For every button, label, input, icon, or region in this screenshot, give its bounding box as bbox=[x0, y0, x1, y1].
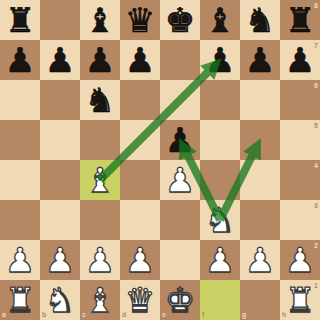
square-c3[interactable] bbox=[80, 200, 120, 240]
square-e8[interactable]: ♚ bbox=[160, 0, 200, 40]
square-g3[interactable] bbox=[240, 200, 280, 240]
coordinate-file-g: g bbox=[242, 311, 246, 318]
square-d8[interactable]: ♛ bbox=[120, 0, 160, 40]
piece-white-pawn[interactable]: ♟ bbox=[240, 240, 280, 280]
square-h6[interactable]: 6 bbox=[280, 80, 320, 120]
piece-black-king[interactable]: ♚ bbox=[160, 0, 200, 40]
square-e4[interactable]: ♟ bbox=[160, 160, 200, 200]
square-f1[interactable]: f bbox=[200, 280, 240, 320]
square-g6[interactable] bbox=[240, 80, 280, 120]
square-d6[interactable] bbox=[120, 80, 160, 120]
coordinate-file-b: b bbox=[42, 311, 46, 318]
square-d3[interactable] bbox=[120, 200, 160, 240]
piece-black-pawn[interactable]: ♟ bbox=[80, 40, 120, 80]
square-b5[interactable] bbox=[40, 120, 80, 160]
square-d4[interactable] bbox=[120, 160, 160, 200]
square-a3[interactable] bbox=[0, 200, 40, 240]
coordinate-file-c: c bbox=[82, 311, 86, 318]
square-g2[interactable]: ♟ bbox=[240, 240, 280, 280]
square-a8[interactable]: ♜ bbox=[0, 0, 40, 40]
square-c4[interactable]: ♝ bbox=[80, 160, 120, 200]
coordinate-rank-6: 6 bbox=[314, 82, 318, 89]
square-e2[interactable] bbox=[160, 240, 200, 280]
square-e5[interactable]: ♟ bbox=[160, 120, 200, 160]
piece-black-knight[interactable]: ♞ bbox=[240, 0, 280, 40]
piece-black-bishop[interactable]: ♝ bbox=[80, 0, 120, 40]
piece-black-rook[interactable]: ♜ bbox=[0, 0, 40, 40]
square-e6[interactable] bbox=[160, 80, 200, 120]
piece-white-pawn[interactable]: ♟ bbox=[40, 240, 80, 280]
piece-white-king[interactable]: ♚ bbox=[160, 280, 200, 320]
square-h2[interactable]: ♟2 bbox=[280, 240, 320, 280]
square-a2[interactable]: ♟ bbox=[0, 240, 40, 280]
square-c6[interactable]: ♞ bbox=[80, 80, 120, 120]
piece-black-pawn[interactable]: ♟ bbox=[40, 40, 80, 80]
coordinate-file-d: d bbox=[122, 311, 126, 318]
square-a7[interactable]: ♟ bbox=[0, 40, 40, 80]
coordinate-rank-8: 8 bbox=[314, 2, 318, 9]
square-c1[interactable]: ♝c bbox=[80, 280, 120, 320]
square-e3[interactable] bbox=[160, 200, 200, 240]
coordinate-file-a: a bbox=[2, 311, 6, 318]
square-e1[interactable]: ♚e bbox=[160, 280, 200, 320]
square-f6[interactable] bbox=[200, 80, 240, 120]
square-f3[interactable]: ♞ bbox=[200, 200, 240, 240]
coordinate-rank-4: 4 bbox=[314, 162, 318, 169]
chess-board: ♜♝♛♚♝♞♜8♟♟♟♟♟♟♟7♞6♟5♝♟4♞3♟♟♟♟♟♟♟2♜a♞b♝c♛… bbox=[0, 0, 320, 320]
square-f7[interactable]: ♟ bbox=[200, 40, 240, 80]
piece-white-pawn[interactable]: ♟ bbox=[160, 160, 200, 200]
square-c5[interactable] bbox=[80, 120, 120, 160]
square-a4[interactable] bbox=[0, 160, 40, 200]
square-h5[interactable]: 5 bbox=[280, 120, 320, 160]
square-e7[interactable] bbox=[160, 40, 200, 80]
square-b6[interactable] bbox=[40, 80, 80, 120]
square-h4[interactable]: 4 bbox=[280, 160, 320, 200]
square-b4[interactable] bbox=[40, 160, 80, 200]
square-g4[interactable] bbox=[240, 160, 280, 200]
square-c7[interactable]: ♟ bbox=[80, 40, 120, 80]
piece-black-pawn[interactable]: ♟ bbox=[160, 120, 200, 160]
chess-board-container: ♜♝♛♚♝♞♜8♟♟♟♟♟♟♟7♞6♟5♝♟4♞3♟♟♟♟♟♟♟2♜a♞b♝c♛… bbox=[0, 0, 320, 320]
piece-white-knight[interactable]: ♞ bbox=[200, 200, 240, 240]
square-f2[interactable]: ♟ bbox=[200, 240, 240, 280]
square-a5[interactable] bbox=[0, 120, 40, 160]
piece-black-knight[interactable]: ♞ bbox=[80, 80, 120, 120]
square-f8[interactable]: ♝ bbox=[200, 0, 240, 40]
square-g5[interactable] bbox=[240, 120, 280, 160]
square-d2[interactable]: ♟ bbox=[120, 240, 160, 280]
square-c8[interactable]: ♝ bbox=[80, 0, 120, 40]
square-d7[interactable]: ♟ bbox=[120, 40, 160, 80]
coordinate-file-f: f bbox=[202, 311, 204, 318]
square-g8[interactable]: ♞ bbox=[240, 0, 280, 40]
piece-white-pawn[interactable]: ♟ bbox=[80, 240, 120, 280]
square-d1[interactable]: ♛d bbox=[120, 280, 160, 320]
square-b8[interactable] bbox=[40, 0, 80, 40]
square-h7[interactable]: ♟7 bbox=[280, 40, 320, 80]
coordinate-rank-7: 7 bbox=[314, 42, 318, 49]
piece-black-queen[interactable]: ♛ bbox=[120, 0, 160, 40]
piece-black-pawn[interactable]: ♟ bbox=[200, 40, 240, 80]
piece-black-pawn[interactable]: ♟ bbox=[120, 40, 160, 80]
square-g1[interactable]: g bbox=[240, 280, 280, 320]
piece-white-bishop[interactable]: ♝ bbox=[80, 160, 120, 200]
coordinate-rank-3: 3 bbox=[314, 202, 318, 209]
square-c2[interactable]: ♟ bbox=[80, 240, 120, 280]
piece-black-pawn[interactable]: ♟ bbox=[240, 40, 280, 80]
square-f5[interactable] bbox=[200, 120, 240, 160]
square-h8[interactable]: ♜8 bbox=[280, 0, 320, 40]
square-b1[interactable]: ♞b bbox=[40, 280, 80, 320]
square-b7[interactable]: ♟ bbox=[40, 40, 80, 80]
square-a1[interactable]: ♜a bbox=[0, 280, 40, 320]
piece-black-bishop[interactable]: ♝ bbox=[200, 0, 240, 40]
piece-black-pawn[interactable]: ♟ bbox=[0, 40, 40, 80]
coordinate-file-h: h bbox=[282, 311, 286, 318]
coordinate-rank-1: 1 bbox=[314, 282, 318, 289]
square-b2[interactable]: ♟ bbox=[40, 240, 80, 280]
piece-white-pawn[interactable]: ♟ bbox=[120, 240, 160, 280]
coordinate-file-e: e bbox=[162, 311, 166, 318]
square-h3[interactable]: 3 bbox=[280, 200, 320, 240]
square-f4[interactable] bbox=[200, 160, 240, 200]
coordinate-rank-2: 2 bbox=[314, 242, 318, 249]
square-d5[interactable] bbox=[120, 120, 160, 160]
square-b3[interactable] bbox=[40, 200, 80, 240]
square-g7[interactable]: ♟ bbox=[240, 40, 280, 80]
piece-white-pawn[interactable]: ♟ bbox=[0, 240, 40, 280]
piece-white-bishop[interactable]: ♝ bbox=[80, 280, 120, 320]
piece-white-rook[interactable]: ♜ bbox=[0, 280, 40, 320]
square-h1[interactable]: ♜1h bbox=[280, 280, 320, 320]
square-a6[interactable] bbox=[0, 80, 40, 120]
coordinate-rank-5: 5 bbox=[314, 122, 318, 129]
piece-white-pawn[interactable]: ♟ bbox=[200, 240, 240, 280]
